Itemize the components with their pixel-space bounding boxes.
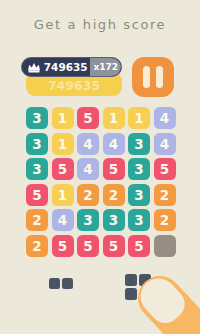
multiplier-badge: x172: [90, 58, 121, 76]
tile-4[interactable]: 4: [154, 133, 176, 155]
pause-icon: [143, 66, 150, 88]
tile-3[interactable]: 3: [26, 158, 48, 180]
piece-block: [62, 278, 73, 289]
blocked-tile[interactable]: [154, 235, 176, 257]
piece-block: [49, 278, 60, 289]
tile-4[interactable]: 4: [103, 133, 125, 155]
game-screen: Get a high score 749635 749635 x172 3151…: [0, 0, 200, 334]
page-title: Get a high score: [0, 17, 200, 32]
tile-3[interactable]: 3: [128, 158, 150, 180]
tile-1[interactable]: 1: [128, 107, 150, 129]
tile-5[interactable]: 5: [103, 158, 125, 180]
tile-4[interactable]: 4: [52, 209, 74, 231]
best-score-pill: 749635 x172: [21, 57, 122, 77]
tile-1[interactable]: 1: [52, 107, 74, 129]
domino-2x1-piece[interactable]: [49, 278, 73, 289]
tile-5[interactable]: 5: [26, 184, 48, 206]
crown-icon: [27, 62, 41, 73]
tile-4[interactable]: 4: [77, 158, 99, 180]
tile-5[interactable]: 5: [52, 158, 74, 180]
pause-button[interactable]: [132, 57, 174, 97]
tile-4[interactable]: 4: [77, 133, 99, 155]
tile-4[interactable]: 4: [154, 107, 176, 129]
tile-2[interactable]: 2: [154, 184, 176, 206]
current-score: 749635: [48, 75, 100, 96]
tile-3[interactable]: 3: [26, 107, 48, 129]
tile-5[interactable]: 5: [77, 235, 99, 257]
tile-2[interactable]: 2: [154, 209, 176, 231]
tile-3[interactable]: 3: [103, 209, 125, 231]
board-grid: 31511431443435453551223224333225555: [26, 107, 176, 257]
best-score: 749635: [41, 61, 90, 73]
tile-3[interactable]: 3: [128, 133, 150, 155]
tile-2[interactable]: 2: [26, 235, 48, 257]
piece-block: [125, 288, 137, 300]
tile-5[interactable]: 5: [52, 235, 74, 257]
tile-5[interactable]: 5: [77, 107, 99, 129]
pause-icon: [156, 66, 163, 88]
piece-block: [125, 274, 137, 286]
tile-3[interactable]: 3: [128, 184, 150, 206]
tile-2[interactable]: 2: [26, 209, 48, 231]
tile-5[interactable]: 5: [154, 158, 176, 180]
tile-1[interactable]: 1: [52, 184, 74, 206]
tile-3[interactable]: 3: [77, 209, 99, 231]
tile-1[interactable]: 1: [52, 133, 74, 155]
tile-5[interactable]: 5: [128, 235, 150, 257]
tile-2[interactable]: 2: [103, 184, 125, 206]
tile-3[interactable]: 3: [128, 209, 150, 231]
tile-3[interactable]: 3: [26, 133, 48, 155]
tile-1[interactable]: 1: [103, 107, 125, 129]
tile-2[interactable]: 2: [77, 184, 99, 206]
tile-5[interactable]: 5: [103, 235, 125, 257]
